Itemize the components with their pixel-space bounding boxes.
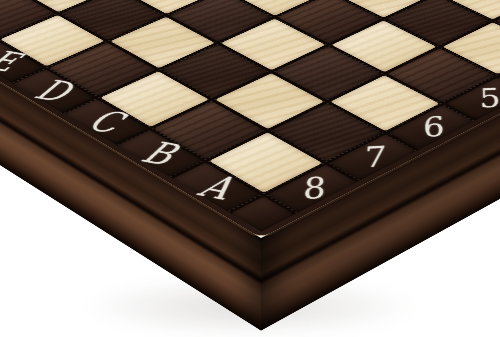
coordinate-glyph: 6 (416, 113, 446, 141)
coordinate-glyph: A (193, 169, 239, 204)
coordinate-glyph: 5 (472, 85, 500, 112)
coordinate-glyph: E (0, 46, 26, 75)
coordinate-glyph: 8 (298, 173, 327, 203)
chess-box: HGFEDCBA1122334455667788HGFEDCBA (0, 0, 500, 238)
coordinate-glyph: C (82, 105, 129, 137)
coordinate-glyph: B (136, 137, 182, 170)
chessboard-photo: HGFEDCBA1122334455667788HGFEDCBA (0, 0, 500, 337)
coordinate-glyph: 7 (358, 143, 388, 172)
coordinate-glyph: D (29, 75, 77, 106)
